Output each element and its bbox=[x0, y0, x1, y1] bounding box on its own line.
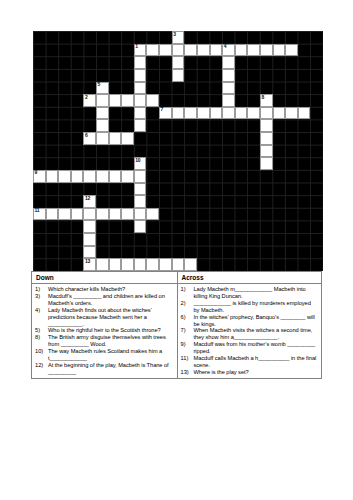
white-cell[interactable] bbox=[134, 56, 147, 69]
white-cell[interactable] bbox=[121, 94, 134, 107]
white-cell[interactable] bbox=[260, 132, 273, 145]
cell-number: 3 bbox=[173, 32, 175, 38]
white-cell[interactable] bbox=[96, 119, 109, 132]
clue-text: Macduff calls Macbeth a h__________ in t… bbox=[194, 355, 321, 369]
clue-number: 1) bbox=[181, 286, 194, 293]
white-cell[interactable] bbox=[58, 208, 71, 221]
clue-text: Lady Macbeth finds out about the witches… bbox=[48, 307, 176, 328]
clue-item: 1)Lady Macbeth m____________ Macbeth int… bbox=[181, 286, 321, 300]
white-cell[interactable] bbox=[96, 94, 109, 107]
clue-text: Macduff was from his mother’s womb _____… bbox=[194, 341, 321, 355]
clue-number: 6) bbox=[181, 314, 194, 321]
clue-item: 12)At the beginning of the play, Macbeth… bbox=[35, 362, 176, 376]
clue-number: 7) bbox=[181, 327, 194, 334]
white-cell[interactable] bbox=[197, 107, 210, 120]
down-clues-column: Down 1)Which character kills Macbeth?3)M… bbox=[32, 272, 177, 378]
white-cell[interactable] bbox=[96, 170, 109, 183]
cell-number: 11 bbox=[35, 208, 40, 214]
white-cell[interactable] bbox=[235, 44, 248, 57]
clue-item: 4)Lady Macbeth finds out about the witch… bbox=[35, 307, 176, 328]
white-cell[interactable]: 5 bbox=[96, 82, 109, 95]
white-cell[interactable]: 11 bbox=[33, 208, 46, 221]
white-cell[interactable]: 7 bbox=[159, 107, 172, 120]
cell-number: 6 bbox=[85, 133, 87, 139]
clue-text: When Macbeth visits the witches a second… bbox=[194, 327, 321, 341]
white-cell[interactable] bbox=[285, 44, 298, 57]
across-clues-column: Across 1)Lady Macbeth m____________ Macb… bbox=[177, 272, 322, 378]
white-cell[interactable]: 6 bbox=[83, 132, 96, 145]
clue-number: 5) bbox=[35, 327, 48, 334]
white-cell[interactable] bbox=[83, 170, 96, 183]
clue-number: 1) bbox=[35, 286, 48, 293]
white-cell[interactable] bbox=[134, 170, 147, 183]
clue-text: Macduff’s _________ and children are kil… bbox=[48, 293, 176, 307]
clue-number: 4) bbox=[35, 307, 48, 314]
white-cell[interactable] bbox=[46, 208, 59, 221]
across-header: Across bbox=[178, 272, 322, 284]
white-cell[interactable]: 12 bbox=[83, 195, 96, 208]
clue-text: The way Macbeth rules Scotland makes him… bbox=[48, 348, 176, 362]
white-cell[interactable] bbox=[134, 258, 147, 271]
clue-text: At the beginning of the play, Macbeth is… bbox=[48, 362, 176, 376]
white-cell[interactable] bbox=[172, 258, 185, 271]
white-cell[interactable] bbox=[121, 170, 134, 183]
white-cell[interactable] bbox=[83, 208, 96, 221]
cell-number: 5 bbox=[98, 82, 100, 88]
white-cell[interactable] bbox=[134, 119, 147, 132]
white-cell[interactable] bbox=[121, 208, 134, 221]
worksheet-page: 31452876109121113 Down 1)Which character… bbox=[0, 0, 353, 500]
white-cell[interactable]: 3 bbox=[172, 31, 185, 44]
white-cell[interactable]: 1 bbox=[134, 44, 147, 57]
clue-number: 9) bbox=[181, 341, 194, 348]
white-cell[interactable] bbox=[197, 44, 210, 57]
white-cell[interactable] bbox=[222, 69, 235, 82]
white-cell[interactable] bbox=[146, 208, 159, 221]
white-cell[interactable] bbox=[146, 94, 159, 107]
white-cell[interactable]: 9 bbox=[33, 170, 46, 183]
white-cell[interactable] bbox=[71, 208, 84, 221]
clue-item: 6)In the witches’ prophecy, Banquo’s ___… bbox=[181, 314, 321, 328]
white-cell[interactable] bbox=[71, 170, 84, 183]
white-cell[interactable] bbox=[134, 107, 147, 120]
white-cell[interactable]: 10 bbox=[134, 157, 147, 170]
white-cell[interactable] bbox=[235, 107, 248, 120]
cell-number: 13 bbox=[85, 259, 90, 265]
clue-item: 13)Where is the play set? bbox=[181, 369, 321, 376]
white-cell[interactable] bbox=[96, 258, 109, 271]
white-cell[interactable] bbox=[222, 56, 235, 69]
white-cell[interactable] bbox=[172, 44, 185, 57]
cell-number: 9 bbox=[35, 170, 37, 176]
clue-number: 8) bbox=[35, 334, 48, 341]
white-cell[interactable] bbox=[247, 107, 260, 120]
clue-number: 12) bbox=[35, 362, 48, 369]
cell-number: 10 bbox=[135, 158, 140, 164]
white-cell[interactable] bbox=[109, 258, 122, 271]
white-cell[interactable] bbox=[159, 44, 172, 57]
white-cell[interactable] bbox=[121, 132, 134, 145]
white-cell[interactable] bbox=[83, 246, 96, 259]
white-cell[interactable] bbox=[134, 183, 147, 196]
down-header: Down bbox=[32, 272, 177, 284]
clue-text: Lady Macbeth m____________ Macbeth into … bbox=[194, 286, 321, 300]
white-cell[interactable] bbox=[298, 107, 311, 120]
white-cell[interactable] bbox=[210, 44, 223, 57]
white-cell[interactable]: 2 bbox=[83, 94, 96, 107]
white-cell[interactable] bbox=[222, 82, 235, 95]
white-cell[interactable] bbox=[260, 119, 273, 132]
white-cell[interactable] bbox=[159, 258, 172, 271]
white-cell[interactable] bbox=[134, 69, 147, 82]
cell-number: 2 bbox=[85, 95, 87, 101]
white-cell[interactable] bbox=[83, 220, 96, 233]
white-cell[interactable] bbox=[184, 258, 197, 271]
clue-item: 11)Macduff calls Macbeth a h__________ i… bbox=[181, 355, 321, 369]
white-cell[interactable] bbox=[172, 107, 185, 120]
clue-number: 13) bbox=[181, 369, 194, 376]
clue-item: 2)____________ is killed by murderers em… bbox=[181, 300, 321, 314]
white-cell[interactable] bbox=[222, 94, 235, 107]
cell-number: 7 bbox=[161, 107, 163, 113]
white-cell[interactable] bbox=[172, 69, 185, 82]
white-cell[interactable] bbox=[260, 44, 273, 57]
white-cell[interactable] bbox=[260, 157, 273, 170]
clue-text: In the witches’ prophecy, Banquo’s _____… bbox=[194, 314, 321, 328]
white-cell[interactable] bbox=[58, 170, 71, 183]
white-cell[interactable] bbox=[247, 44, 260, 57]
clue-item: 9)Macduff was from his mother’s womb ___… bbox=[181, 341, 321, 355]
clue-item: 5)Who is the rightful heir to the Scotti… bbox=[35, 327, 176, 334]
white-cell[interactable] bbox=[134, 195, 147, 208]
clue-text: Where is the play set? bbox=[194, 369, 321, 376]
clue-number: 11) bbox=[181, 355, 194, 362]
white-cell[interactable] bbox=[184, 107, 197, 120]
white-cell[interactable] bbox=[184, 44, 197, 57]
clue-text: Who is the rightful heir to the Scottish… bbox=[48, 327, 176, 334]
clue-text: ____________ is killed by murderers empl… bbox=[194, 300, 321, 314]
white-cell[interactable] bbox=[109, 170, 122, 183]
clue-item: 10)The way Macbeth rules Scotland makes … bbox=[35, 348, 176, 362]
white-cell[interactable] bbox=[273, 107, 286, 120]
white-cell[interactable] bbox=[146, 258, 159, 271]
white-cell[interactable] bbox=[146, 44, 159, 57]
clue-item: 7)When Macbeth visits the witches a seco… bbox=[181, 327, 321, 341]
white-cell[interactable] bbox=[222, 107, 235, 120]
white-cell[interactable] bbox=[134, 94, 147, 107]
clue-item: 3)Macduff’s _________ and children are k… bbox=[35, 293, 176, 307]
white-cell[interactable] bbox=[109, 208, 122, 221]
white-cell[interactable] bbox=[83, 233, 96, 246]
white-cell[interactable] bbox=[285, 107, 298, 120]
white-cell[interactable] bbox=[260, 107, 273, 120]
crossword-grid: 31452876109121113 bbox=[33, 31, 323, 271]
clues-table: Down 1)Which character kills Macbeth?3)M… bbox=[31, 271, 322, 379]
cell-number: 12 bbox=[85, 196, 90, 202]
cell-number: 4 bbox=[224, 44, 226, 50]
clue-number: 3) bbox=[35, 293, 48, 300]
white-cell[interactable] bbox=[109, 132, 122, 145]
white-cell[interactable] bbox=[96, 208, 109, 221]
white-cell[interactable] bbox=[273, 44, 286, 57]
cell-number: 1 bbox=[135, 44, 137, 50]
white-cell[interactable] bbox=[134, 82, 147, 95]
white-cell[interactable] bbox=[210, 107, 223, 120]
cell-number: 8 bbox=[261, 95, 263, 101]
across-clue-list: 1)Lady Macbeth m____________ Macbeth int… bbox=[178, 284, 322, 376]
clue-item: 8)The British army disguise themselves w… bbox=[35, 334, 176, 348]
white-cell[interactable] bbox=[172, 56, 185, 69]
white-cell[interactable] bbox=[96, 132, 109, 145]
white-cell[interactable]: 13 bbox=[83, 258, 96, 271]
clue-number: 2) bbox=[181, 300, 194, 307]
clue-text: The British army disguise themselves wit… bbox=[48, 334, 176, 348]
white-cell[interactable] bbox=[121, 258, 134, 271]
clue-number: 10) bbox=[35, 348, 48, 355]
clue-text: Which character kills Macbeth? bbox=[48, 286, 176, 293]
down-clue-list: 1)Which character kills Macbeth?3)Macduf… bbox=[32, 284, 177, 376]
clue-item: 1)Which character kills Macbeth? bbox=[35, 286, 176, 293]
white-cell[interactable] bbox=[96, 107, 109, 120]
white-cell[interactable] bbox=[109, 94, 122, 107]
white-cell[interactable] bbox=[134, 208, 147, 221]
white-cell[interactable]: 8 bbox=[260, 94, 273, 107]
white-cell[interactable]: 4 bbox=[222, 44, 235, 57]
white-cell[interactable] bbox=[46, 170, 59, 183]
white-cell[interactable] bbox=[134, 220, 147, 233]
white-cell[interactable] bbox=[260, 145, 273, 158]
